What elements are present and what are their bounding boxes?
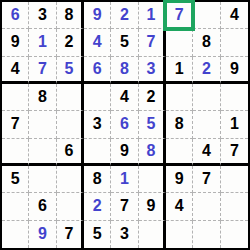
cell-r8c8[interactable] [193, 193, 220, 220]
cell-r2c9[interactable] [221, 29, 248, 56]
cell-r4c9[interactable] [221, 84, 248, 111]
cell-r6c7[interactable] [166, 139, 193, 166]
cell-r3c7[interactable]: 1 [166, 57, 193, 84]
cell-r3c9[interactable]: 9 [221, 57, 248, 84]
cell-r1c5[interactable]: 2 [111, 2, 138, 29]
selected-cell-ring [163, 0, 195, 31]
cell-r5c6[interactable]: 5 [139, 111, 166, 138]
cell-r4c2[interactable]: 8 [29, 84, 56, 111]
cell-r4c6[interactable]: 2 [139, 84, 166, 111]
sudoku-board: 6389217491245784756831298427365816984758… [0, 0, 250, 250]
cell-r1c1[interactable]: 6 [2, 2, 29, 29]
cell-r7c8[interactable]: 7 [193, 166, 220, 193]
cell-r8c3[interactable] [57, 193, 84, 220]
cell-r8c6[interactable]: 9 [139, 193, 166, 220]
cell-r8c1[interactable] [2, 193, 29, 220]
cell-r9c4[interactable]: 5 [84, 221, 111, 248]
cell-r6c8[interactable]: 4 [193, 139, 220, 166]
cell-r5c5[interactable]: 6 [111, 111, 138, 138]
cell-r6c3[interactable]: 6 [57, 139, 84, 166]
cell-r9c8[interactable] [193, 221, 220, 248]
cell-r7c4[interactable]: 8 [84, 166, 111, 193]
cell-r4c1[interactable] [2, 84, 29, 111]
cell-r7c3[interactable] [57, 166, 84, 193]
cell-r5c3[interactable] [57, 111, 84, 138]
cell-r4c4[interactable] [84, 84, 111, 111]
cell-r2c4[interactable]: 4 [84, 29, 111, 56]
cell-r8c2[interactable]: 6 [29, 193, 56, 220]
cell-r9c3[interactable]: 7 [57, 221, 84, 248]
cell-r2c3[interactable]: 2 [57, 29, 84, 56]
cell-r2c7[interactable] [166, 29, 193, 56]
cell-r5c7[interactable]: 8 [166, 111, 193, 138]
cell-r7c1[interactable]: 5 [2, 166, 29, 193]
cell-r3c6[interactable]: 3 [139, 57, 166, 84]
cell-r9c5[interactable]: 3 [111, 221, 138, 248]
cell-r3c2[interactable]: 7 [29, 57, 56, 84]
cell-r4c7[interactable] [166, 84, 193, 111]
cell-r5c9[interactable]: 1 [221, 111, 248, 138]
cell-r2c6[interactable]: 7 [139, 29, 166, 56]
cell-r1c6[interactable]: 1 [139, 2, 166, 29]
cell-r2c5[interactable]: 5 [111, 29, 138, 56]
cell-r4c8[interactable] [193, 84, 220, 111]
cell-r6c6[interactable]: 8 [139, 139, 166, 166]
cell-r3c5[interactable]: 8 [111, 57, 138, 84]
cell-r5c1[interactable]: 7 [2, 111, 29, 138]
cell-r5c8[interactable] [193, 111, 220, 138]
cell-r1c7[interactable]: 7 [166, 2, 193, 29]
cell-r9c7[interactable] [166, 221, 193, 248]
cell-r3c1[interactable]: 4 [2, 57, 29, 84]
cell-r9c2[interactable]: 9 [29, 221, 56, 248]
cell-r3c3[interactable]: 5 [57, 57, 84, 84]
cell-r5c4[interactable]: 3 [84, 111, 111, 138]
cell-r4c3[interactable] [57, 84, 84, 111]
cell-r3c8[interactable]: 2 [193, 57, 220, 84]
cell-r6c1[interactable] [2, 139, 29, 166]
cell-r2c1[interactable]: 9 [2, 29, 29, 56]
cell-r9c1[interactable] [2, 221, 29, 248]
cell-r1c2[interactable]: 3 [29, 2, 56, 29]
cell-r3c4[interactable]: 6 [84, 57, 111, 84]
cell-r7c9[interactable] [221, 166, 248, 193]
cell-r7c2[interactable] [29, 166, 56, 193]
cell-r1c9[interactable]: 4 [221, 2, 248, 29]
cell-r8c9[interactable] [221, 193, 248, 220]
cell-r2c8[interactable]: 8 [193, 29, 220, 56]
cell-r7c7[interactable]: 9 [166, 166, 193, 193]
cell-r6c5[interactable]: 9 [111, 139, 138, 166]
cell-r6c4[interactable] [84, 139, 111, 166]
cell-r1c8[interactable] [193, 2, 220, 29]
cell-r4c5[interactable]: 4 [111, 84, 138, 111]
cell-r1c4[interactable]: 9 [84, 2, 111, 29]
cell-r6c9[interactable]: 7 [221, 139, 248, 166]
cell-r8c4[interactable]: 2 [84, 193, 111, 220]
cell-r9c9[interactable] [221, 221, 248, 248]
cell-r7c5[interactable]: 1 [111, 166, 138, 193]
cell-r9c6[interactable] [139, 221, 166, 248]
cell-r6c2[interactable] [29, 139, 56, 166]
cell-r5c2[interactable] [29, 111, 56, 138]
cell-r7c6[interactable] [139, 166, 166, 193]
cell-r2c2[interactable]: 1 [29, 29, 56, 56]
cell-r1c3[interactable]: 8 [57, 2, 84, 29]
cell-r8c5[interactable]: 7 [111, 193, 138, 220]
cell-r8c7[interactable]: 4 [166, 193, 193, 220]
